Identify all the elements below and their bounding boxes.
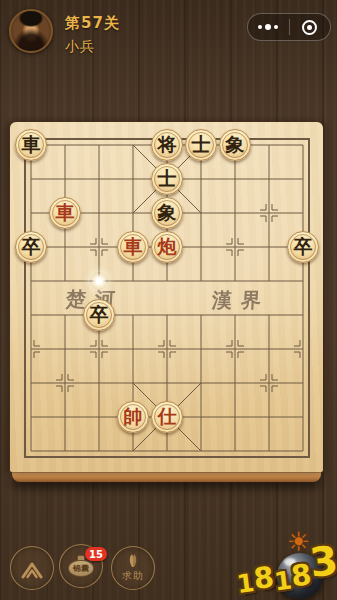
close-button[interactable] xyxy=(290,14,331,40)
piece-black-卒[interactable]: 卒 xyxy=(287,231,319,263)
piece-black-士[interactable]: 士 xyxy=(151,163,183,195)
menu-button[interactable] xyxy=(10,546,54,590)
piece-black-卒[interactable]: 卒 xyxy=(15,231,47,263)
piece-black-車[interactable]: 車 xyxy=(15,129,47,161)
level-label: 第57关 xyxy=(65,14,120,33)
hint-count-badge: 15 xyxy=(85,547,107,561)
player-rank-label: 小兵 xyxy=(65,38,120,56)
piece-red-帥[interactable]: 帥 xyxy=(117,401,149,433)
move-indicator-sparkle xyxy=(90,272,108,290)
river-label-right: 漢界 xyxy=(195,287,287,314)
piece-black-象[interactable]: 象 xyxy=(151,197,183,229)
board-front-edge xyxy=(12,471,321,482)
close-icon xyxy=(302,20,317,35)
piece-black-象[interactable]: 象 xyxy=(219,129,251,161)
hint-bag-button[interactable]: 锦囊 15 xyxy=(59,544,103,588)
piece-red-車[interactable]: 車 xyxy=(117,231,149,263)
xiangqi-board[interactable]: 楚河 漢界 車将士象士車象卒車炮卒卒帥仕 xyxy=(10,122,323,472)
praying-hands-icon xyxy=(123,553,143,568)
header-text: 第57关 小兵 xyxy=(65,14,120,56)
chevrons-up-icon xyxy=(19,557,45,579)
piece-black-卒[interactable]: 卒 xyxy=(83,299,115,331)
piece-black-士[interactable]: 士 xyxy=(185,129,217,161)
watermark-text: 18183 xyxy=(233,537,337,595)
help-label: 求助 xyxy=(122,569,144,583)
hint-bag-label: 锦囊 xyxy=(73,563,89,574)
more-icon xyxy=(258,24,278,30)
more-button[interactable] xyxy=(248,14,289,40)
piece-red-炮[interactable]: 炮 xyxy=(151,231,183,263)
avatar[interactable] xyxy=(9,9,53,53)
piece-black-将[interactable]: 将 xyxy=(151,129,183,161)
piece-red-仕[interactable]: 仕 xyxy=(151,401,183,433)
help-button[interactable]: 求助 xyxy=(111,546,155,590)
piece-red-車[interactable]: 車 xyxy=(49,197,81,229)
18183-watermark: ☀ 18183 xyxy=(237,531,337,597)
wechat-capsule xyxy=(247,13,331,41)
